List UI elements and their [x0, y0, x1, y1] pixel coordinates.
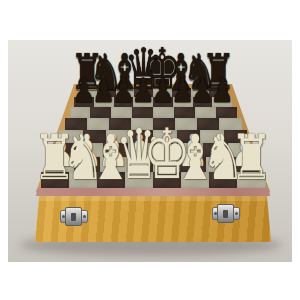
- square-g7: ♟: [193, 97, 213, 107]
- square-d5: [131, 118, 153, 130]
- rank-row-1: ♜♞♝♛♚♝♞♜: [41, 172, 266, 188]
- square-a4: [59, 130, 83, 143]
- square-b4: [83, 130, 107, 143]
- square-h3: [228, 143, 253, 157]
- rank-row-3: [53, 143, 253, 157]
- square-d6: [132, 107, 153, 118]
- square-g8: ♞: [191, 88, 210, 97]
- square-f2: ♟: [180, 157, 207, 172]
- rank-row-2: ♟♟♟♟♟♟♟♟: [47, 157, 259, 172]
- square-g1: ♞: [209, 172, 237, 188]
- square-g3: [203, 143, 228, 157]
- square-b1: ♞: [69, 172, 97, 188]
- square-a2: ♟: [47, 157, 74, 172]
- square-e5: [153, 118, 175, 130]
- square-a8: ♜: [78, 88, 97, 97]
- square-a3: [53, 143, 78, 157]
- chess-board: ♜♞♝♛♚♝♞♜♟♟♟♟♟♟♟♟♟♟♟♟♟♟♟♟♜♞♝♛♚♝♞♜: [8, 40, 292, 262]
- square-h5: [219, 118, 241, 130]
- square-e3: [153, 143, 178, 157]
- square-b7: ♟: [94, 97, 114, 107]
- square-c2: ♟: [100, 157, 127, 172]
- square-b8: ♞: [97, 88, 116, 97]
- square-b3: [78, 143, 103, 157]
- square-h8: ♜: [209, 88, 228, 97]
- square-b2: ♟: [74, 157, 101, 172]
- square-f7: ♟: [173, 97, 193, 107]
- square-c7: ♟: [114, 97, 134, 107]
- square-f1: ♝: [181, 172, 209, 188]
- square-g4: [200, 130, 224, 143]
- photo-backdrop: ♜♞♝♛♚♝♞♜♟♟♟♟♟♟♟♟♟♟♟♟♟♟♟♟♜♞♝♛♚♝♞♜: [8, 40, 292, 262]
- square-h2: ♟: [233, 157, 260, 172]
- square-e6: [153, 107, 174, 118]
- square-e7: ♟: [153, 97, 173, 107]
- square-a6: [70, 107, 91, 118]
- square-c5: [109, 118, 131, 130]
- rank-row-4: [59, 130, 247, 143]
- square-b6: [90, 107, 111, 118]
- square-f8: ♝: [172, 88, 191, 97]
- square-e2: ♟: [153, 157, 180, 172]
- square-f5: [175, 118, 197, 130]
- square-c4: [106, 130, 130, 143]
- product-photo: ♜♞♝♛♚♝♞♜♟♟♟♟♟♟♟♟♟♟♟♟♟♟♟♟♜♞♝♛♚♝♞♜: [0, 0, 300, 300]
- square-c3: [103, 143, 128, 157]
- square-g2: ♟: [206, 157, 233, 172]
- square-f4: [177, 130, 201, 143]
- square-h7: ♟: [212, 97, 232, 107]
- rank-row-6: [70, 107, 237, 118]
- square-d2: ♟: [127, 157, 154, 172]
- square-e8: ♚: [153, 88, 172, 97]
- square-c8: ♝: [116, 88, 135, 97]
- square-b5: [87, 118, 109, 130]
- square-c1: ♝: [97, 172, 125, 188]
- square-d3: [128, 143, 153, 157]
- rank-row-5: [65, 118, 242, 130]
- square-h1: ♜: [237, 172, 265, 188]
- square-h4: [224, 130, 248, 143]
- square-a1: ♜: [41, 172, 69, 188]
- square-c6: [111, 107, 132, 118]
- square-d4: [130, 130, 154, 143]
- square-e4: [153, 130, 177, 143]
- square-e1: ♚: [153, 172, 181, 188]
- square-d7: ♟: [133, 97, 153, 107]
- rank-row-7: ♟♟♟♟♟♟♟♟: [74, 97, 232, 107]
- square-f3: [178, 143, 203, 157]
- square-a5: [65, 118, 87, 130]
- square-d1: ♛: [125, 172, 153, 188]
- square-g6: [195, 107, 216, 118]
- square-h6: [216, 107, 237, 118]
- square-f6: [174, 107, 195, 118]
- square-g5: [197, 118, 219, 130]
- rank-row-8: ♜♞♝♛♚♝♞♜: [78, 88, 228, 97]
- square-d8: ♛: [134, 88, 153, 97]
- square-a7: ♟: [74, 97, 94, 107]
